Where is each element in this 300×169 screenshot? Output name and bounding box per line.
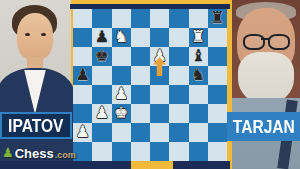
square-c7: ♞: [112, 28, 131, 47]
square-f1: [169, 142, 188, 161]
board-frame-bottom: [0, 161, 230, 169]
right-player-beard: [238, 52, 294, 104]
square-b5: [92, 66, 111, 85]
piece-white-rook: ♜: [189, 27, 208, 46]
player-left-name: IPATOV: [8, 115, 63, 137]
square-a4: [73, 85, 92, 104]
chesscom-logo: ♟ Chess .com: [2, 145, 76, 161]
square-d7: [131, 28, 150, 47]
square-d2: [131, 123, 150, 142]
square-g7: ♜: [189, 28, 208, 47]
square-h6: [208, 47, 227, 66]
square-e3: [150, 104, 169, 123]
piece-black-bishop: ♝: [189, 46, 208, 65]
pawn-icon: ♟: [2, 146, 14, 160]
square-g1: [189, 142, 208, 161]
piece-black-pawn: ♟: [73, 65, 92, 84]
square-d6: [131, 47, 150, 66]
square-c2: [112, 123, 131, 142]
square-a5: ♟: [73, 66, 92, 85]
square-a6: [73, 47, 92, 66]
logo-tld: .com: [55, 150, 76, 160]
square-b8: [92, 9, 111, 28]
left-player-eye: [25, 33, 30, 36]
square-d4: [131, 85, 150, 104]
square-c8: [112, 9, 131, 28]
photo-player-right: [232, 0, 300, 169]
square-c3: ♚: [112, 104, 131, 123]
square-c5: [112, 66, 131, 85]
piece-black-king: ♚: [92, 46, 111, 65]
square-h2: [208, 123, 227, 142]
square-h8: ♜: [208, 9, 227, 28]
square-h5: [208, 66, 227, 85]
square-b2: [92, 123, 111, 142]
square-h3: [208, 104, 227, 123]
left-player-face: [17, 13, 53, 60]
square-b7: ♟: [92, 28, 111, 47]
square-a8: [73, 9, 92, 28]
piece-white-king: ♚: [112, 103, 131, 122]
piece-white-knight: ♞: [112, 27, 131, 46]
banner-player-right: TARJAN: [227, 112, 300, 141]
square-g3: [189, 104, 208, 123]
square-h4: [208, 85, 227, 104]
piece-black-pawn: ♟: [92, 27, 111, 46]
glasses-bridge: [261, 38, 269, 40]
square-e2: [150, 123, 169, 142]
square-f5: [169, 66, 188, 85]
square-f7: [169, 28, 188, 47]
logo-word: Chess: [15, 146, 54, 161]
piece-black-knight: ♞: [189, 65, 208, 84]
square-e1: [150, 142, 169, 161]
right-player-glasses: [242, 34, 290, 47]
square-f4: [169, 85, 188, 104]
square-d3: [131, 104, 150, 123]
square-h1: [208, 142, 227, 161]
piece-white-pawn: ♟: [112, 84, 131, 103]
glasses-lens: [243, 34, 265, 50]
square-f8: [169, 9, 188, 28]
square-g2: [189, 123, 208, 142]
square-c4: ♟: [112, 85, 131, 104]
square-a7: [73, 28, 92, 47]
piece-white-pawn: ♟: [92, 103, 111, 122]
square-f3: [169, 104, 188, 123]
piece-white-pawn: ♟: [73, 122, 92, 141]
square-d1: [131, 142, 150, 161]
square-b6: ♚: [92, 47, 111, 66]
square-a2: ♟: [73, 123, 92, 142]
square-f6: [169, 47, 188, 66]
square-g8: [189, 9, 208, 28]
square-d8: [131, 9, 150, 28]
square-h7: [208, 28, 227, 47]
square-d5: [131, 66, 150, 85]
player-right-name: TARJAN: [232, 116, 294, 138]
banner-player-left: IPATOV: [0, 112, 72, 139]
square-e7: [150, 28, 169, 47]
square-b4: [92, 85, 111, 104]
square-b1: [92, 142, 111, 161]
square-a3: [73, 104, 92, 123]
frame-bottom-yellow-notch: [131, 161, 173, 169]
square-b3: ♟: [92, 104, 111, 123]
chess-board: ♜♟♞♜♚♟♝♟♞♟♟♚♟: [73, 9, 227, 161]
square-c1: [112, 142, 131, 161]
square-g6: ♝: [189, 47, 208, 66]
square-f2: [169, 123, 188, 142]
piece-black-rook: ♜: [208, 8, 227, 27]
square-e8: [150, 9, 169, 28]
left-player-eye: [41, 33, 46, 36]
photo-player-left: [0, 0, 71, 169]
square-c6: [112, 47, 131, 66]
square-e4: [150, 85, 169, 104]
glasses-lens: [268, 34, 290, 50]
square-g4: [189, 85, 208, 104]
square-g5: ♞: [189, 66, 208, 85]
thumbnail[interactable]: ♜♟♞♜♚♟♝♟♞♟♟♚♟ IPATOV TARJAN ♟ Chess .com: [0, 0, 300, 169]
